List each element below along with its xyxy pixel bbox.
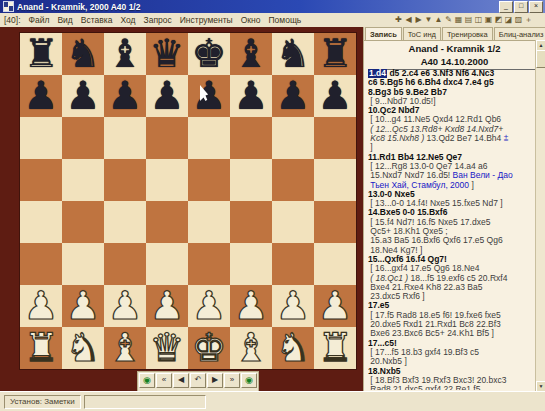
title-bar: Anand - Kramnik, 2000 A40 1/2 _ □ × [0,0,545,13]
move-text[interactable]: [ 13...0-0 14.f4! Nxe5 15.fxe5 Nd7 ] [368,199,503,208]
game-header-players: Anand - Kramnik 1/2 [364,41,545,54]
square-b8[interactable]: ♞ [62,33,104,75]
square-d4[interactable] [146,201,188,243]
toolbar-icon[interactable]: ◫ [474,15,483,25]
square-f7[interactable]: ♟ [230,75,272,117]
close-button[interactable]: × [529,1,543,13]
move-text[interactable]: ] [469,181,474,190]
notation-line: Qc5+ 18.Kh1 Qxe5 ; [368,227,535,236]
notation-line: [ 13...0-0 14.f4! Nxe5 15.fxe5 Nd7 ] [368,199,535,208]
notation-line: Bxe6 23.Bxc6 Bc5+ 24.Kh1 Bf5 ] [368,329,535,338]
move-text[interactable]: [ 9...Nbd7 10.d5!] [368,97,436,106]
square-f4[interactable] [230,201,272,243]
move-text[interactable]: 11.Rd1 Bb4 12.Ne5 Qe7 [368,153,462,162]
square-h3[interactable] [314,243,356,285]
move-text[interactable]: 13.Qd2 Be7 14.Bh4 [424,134,503,143]
square-a8[interactable]: ♜ [20,33,62,75]
square-b2[interactable]: ♟ [62,285,104,327]
square-g3[interactable] [272,243,314,285]
square-h6[interactable] [314,117,356,159]
piece-white-pawn[interactable]: ♟ [146,285,188,327]
square-a7[interactable]: ♟ [20,75,62,117]
move-text[interactable]: 13.0-0 Nxe5 [368,190,415,199]
square-e1[interactable]: ♚ [188,327,230,369]
move-text[interactable]: 18...f5 19.exf6 c5 20.Rxf4 [408,274,507,283]
game-reference[interactable]: Тьен Хай, Стамбул, 2000 [368,181,469,190]
square-g5[interactable] [272,159,314,201]
square-f5[interactable] [230,159,272,201]
square-h2[interactable]: ♟ [314,285,356,327]
notation-tabs: ЗаписьToC индТренировкаБлиц-анализ◀▶ [364,27,545,41]
piece-black-pawn[interactable]: ♟ [272,75,314,117]
piece-black-rook[interactable]: ♜ [20,33,62,75]
move-text[interactable]: ( 18.Qc1 ) [368,274,408,283]
toolbar-icon[interactable]: ▼ [424,15,433,25]
piece-white-king[interactable]: ♚ [188,327,230,369]
square-b4[interactable] [62,201,104,243]
move-text[interactable]: 15.a3 Ba5 16.Bxf6 Qxf6 17.e5 Qg6 [368,236,503,245]
square-c5[interactable] [104,159,146,201]
piece-white-bishop[interactable]: ♝ [104,327,146,369]
menu-item[interactable]: Окно [237,15,265,25]
move-text[interactable]: ( 12...Qc5 13.Rd8+ Kxd8 14.Nxd7+ [368,125,503,134]
square-e6[interactable] [188,117,230,159]
piece-white-pawn[interactable]: ♟ [272,285,314,327]
notation-line: [ 17.f5 Rad8 18.e5 f6! 19.fxe6 fxe5 [368,311,535,320]
square-h5[interactable] [314,159,356,201]
square-g6[interactable] [272,117,314,159]
notation-line: 11.Rd1 Bb4 12.Ne5 Qe7 [368,153,535,162]
status-field [84,395,206,409]
notation-line: Kc8 15.Nxh8 ) 13.Qd2 Be7 14.Bh4 ⩲ [368,134,535,143]
goto-start-button[interactable]: « [156,373,172,388]
chess-board: ♜♞♝♛♚♝♞♜♟♟♟♟♟♟♟♟♟♟♟♟♟♟♟♟♜♞♝♛♚♝♞♜ [20,33,356,369]
square-d3[interactable] [146,243,188,285]
notation-line: 20.Nxb5 ] [368,357,535,366]
move-text[interactable]: [ 12...Rg8 13.0-0 Qe7 14.a4 a6 [368,162,488,171]
game-reference[interactable]: Ван Вели - Дао [453,171,513,180]
menu-item[interactable]: Помощь [264,15,305,25]
prev-move-button[interactable]: ◀ [173,373,189,388]
move-text[interactable]: 20.Nxb5 ] [368,357,407,366]
notation-line: 13.0-0 Nxe5 [368,190,535,199]
next-move-button[interactable]: ▶ [207,373,223,388]
square-g8[interactable]: ♞ [272,33,314,75]
piece-black-pawn[interactable]: ♟ [230,75,272,117]
board-panel: ♜♞♝♛♚♝♞♜♟♟♟♟♟♟♟♟♟♟♟♟♟♟♟♟♜♞♝♛♚♝♞♜ ◉«◀↶▶»◉ [0,27,363,392]
move-text[interactable]: 10.Qc2 Nbd7 [368,106,420,115]
notation-panel: ЗаписьToC индТренировкаБлиц-анализ◀▶ Ana… [363,27,545,392]
notation-line: 23.dxc5 Rxf6 ] [368,292,535,301]
menu-items: [40]:ФайлВидВставкаХодЗапросИнструментыО… [0,15,305,25]
window-title: Anand - Kramnik, 2000 A40 1/2 [17,2,140,12]
tab-Тренировка[interactable]: Тренировка [442,27,493,40]
square-a6[interactable] [20,117,62,159]
move-navigation-bar: ◉«◀↶▶»◉ [137,371,259,392]
notation-line: 15...Qxf6 16.f4 Qg7! [368,255,535,264]
piece-black-pawn[interactable]: ♟ [62,75,104,117]
notation-line: ] [368,143,535,152]
square-g4[interactable] [272,201,314,243]
square-e3[interactable] [188,243,230,285]
notation-line: [ 9...Nbd7 10.d5!] [368,97,535,106]
tab-ToC инд[interactable]: ToC инд [403,27,441,40]
notation-line: 18.Ne4 Kg7! ] [368,246,535,255]
piece-white-pawn[interactable]: ♟ [188,285,230,327]
goto-end-button[interactable]: » [224,373,240,388]
notation-line: c6 5.Bg5 h6 6.Bh4 dxc4 7.e4 g5 [368,78,535,87]
toolbar-icon[interactable]: ▨ [514,15,523,25]
notation-line: 8.Bg3 b5 9.Be2 Bb7 [368,88,535,97]
chess-app-window: Anand - Kramnik, 2000 A40 1/2 _ □ × [40]… [0,0,545,411]
notation-line: 18.Nxb5 [368,367,535,376]
square-a2[interactable]: ♟ [20,285,62,327]
move-text[interactable]: [ 15.f4 Nd7! 16.f5 Nxe5 17.dxe5 [368,218,490,227]
piece-black-knight[interactable]: ♞ [62,33,104,75]
square-b1[interactable]: ♞ [62,327,104,369]
piece-black-knight[interactable]: ♞ [272,33,314,75]
piece-black-bishop[interactable]: ♝ [230,33,272,75]
square-c2[interactable]: ♟ [104,285,146,327]
piece-white-pawn[interactable]: ♟ [230,285,272,327]
current-move[interactable]: 1.d4 [368,69,387,78]
piece-white-pawn[interactable]: ♟ [20,285,62,327]
notation-line: Rad8 21.dxc5 gxf4 22.Re1 f5 [368,385,535,390]
toolbar-icon[interactable]: ✚ [394,15,403,25]
move-text[interactable]: 17.e5 [368,301,389,310]
move-text[interactable]: 18.Nxb5 [368,367,401,376]
notation-line: [ 10...g4 11.Ne5 Qxd4 12.Rd1 Qb6 [368,115,535,124]
takeback-button[interactable]: ↶ [190,373,206,388]
notation-line: [ 12...Rg8 13.0-0 Qe7 14.a4 a6 [368,162,535,171]
toolbar-icon[interactable]: ◪ [504,15,513,25]
move-text[interactable]: ] [368,143,373,152]
move-text[interactable]: Rad8 21.dxc5 gxf4 22.Re1 f5 [368,385,480,390]
notation-line: [ 15.f4 Nd7! 16.f5 Nxe5 17.dxe5 [368,218,535,227]
square-d1[interactable]: ♛ [146,327,188,369]
status-bar: Установ: Заметки [0,391,545,411]
square-g2[interactable]: ♟ [272,285,314,327]
menu-item[interactable]: [40]: [0,15,25,25]
piece-white-pawn[interactable]: ♟ [62,285,104,327]
notation-line: 15.a3 Ba5 16.Bxf6 Qxf6 17.e5 Qg6 [368,236,535,245]
piece-white-queen[interactable]: ♛ [146,327,188,369]
tab-Блиц-анализ[interactable]: Блиц-анализ [494,27,545,40]
notation-line: [ 18.Bf3 Bxf3 19.Rxf3 Bxc3! 20.bxc3 [368,376,535,385]
square-f6[interactable] [230,117,272,159]
square-b7[interactable]: ♟ [62,75,104,117]
square-c1[interactable]: ♝ [104,327,146,369]
notation-line: 15.Nxd7 Nxd7 16.d5! Ван Вели - Дао [368,171,535,180]
piece-black-pawn[interactable]: ♟ [146,75,188,117]
app-icon [3,1,14,12]
square-a1[interactable]: ♜ [20,327,62,369]
square-c8[interactable]: ♝ [104,33,146,75]
move-text[interactable]: 23.dxc5 Rxf6 ] [368,292,425,301]
autoplay-forward-button[interactable]: ◉ [241,373,257,388]
square-d6[interactable] [146,117,188,159]
notation-line: ( 18.Qc1 ) 18...f5 19.exf6 c5 20.Rxf4 [368,274,535,283]
piece-black-pawn[interactable]: ♟ [314,75,356,117]
menu-item[interactable]: Вставка [77,15,117,25]
piece-black-pawn[interactable]: ♟ [20,75,62,117]
window-controls: _ □ × [499,1,543,13]
square-f8[interactable]: ♝ [230,33,272,75]
move-text[interactable]: Kc8 15.Nxh8 ) [368,134,424,143]
move-text[interactable]: [ 10...g4 11.Ne5 Qxd4 12.Rd1 Qb6 [368,115,501,124]
piece-white-pawn[interactable]: ♟ [314,285,356,327]
square-e4[interactable] [188,201,230,243]
move-text[interactable]: 17...c5! [368,339,397,348]
maximize-button[interactable]: □ [514,1,528,13]
piece-black-bishop[interactable]: ♝ [104,33,146,75]
square-e2[interactable]: ♟ [188,285,230,327]
piece-black-pawn[interactable]: ♟ [188,75,230,117]
square-g7[interactable]: ♟ [272,75,314,117]
move-text[interactable]: 8.Bg3 b5 9.Be2 Bb7 [368,88,447,97]
piece-black-pawn[interactable]: ♟ [104,75,146,117]
square-d7[interactable]: ♟ [146,75,188,117]
move-list[interactable]: 1.d4 d5 2.c4 e6 3.Nf3 Nf6 4.Nc3c6 5.Bg5 … [368,69,535,390]
notation-line: Тьен Хай, Стамбул, 2000 ] [368,181,535,190]
move-text[interactable]: Bxe6 23.Bxc6 Bc5+ 24.Kh1 Bf5 ] [368,329,494,338]
notation-line: 17.e5 [368,301,535,310]
toolbar-icon[interactable]: ✎ [444,15,453,25]
move-text[interactable]: c6 5.Bg5 h6 6.Bh4 dxc4 7.e4 g5 [368,78,494,87]
square-e5[interactable] [188,159,230,201]
square-f2[interactable]: ♟ [230,285,272,327]
toolbar-icon[interactable]: ▣ [484,15,493,25]
square-c6[interactable] [104,117,146,159]
piece-white-knight[interactable]: ♞ [62,327,104,369]
piece-black-rook[interactable]: ♜ [314,33,356,75]
menu-item[interactable]: Запрос [140,15,176,25]
move-text[interactable]: [ 18.Bf3 Bxf3 19.Rxf3 Bxc3! 20.bxc3 [368,376,506,385]
square-h1[interactable]: ♜ [314,327,356,369]
move-text[interactable]: 14.Bxe5 0-0 15.Bxf6 [368,208,447,217]
square-b3[interactable] [62,243,104,285]
menu-item[interactable]: Файл [25,15,54,25]
move-text[interactable]: 18.Ne4 Kg7! ] [368,246,422,255]
square-f3[interactable] [230,243,272,285]
move-text[interactable]: d5 2.c4 e6 3.Nf3 Nf6 4.Nc3 [387,69,494,78]
move-text[interactable]: Qc5+ 18.Kh1 Qxe5 ; [368,227,448,236]
square-d8[interactable]: ♛ [146,33,188,75]
notation-line: [ 16...gxf4 17.e5 Qg6 18.Ne4 [368,264,535,273]
move-text[interactable]: 15...Qxf6 16.f4 Qg7! [368,255,447,264]
square-a5[interactable] [20,159,62,201]
toolbar-icon[interactable]: ◀ [404,15,413,25]
square-e8[interactable]: ♚ [188,33,230,75]
toolbar-icon[interactable]: ＋ [524,15,533,25]
piece-white-bishop[interactable]: ♝ [230,327,272,369]
notation-line: [ 17...f5 18.b3 gxf4 19.Bf3 c5 [368,348,535,357]
menu-item[interactable]: Вид [53,15,76,25]
square-h8[interactable]: ♜ [314,33,356,75]
toolbar-icon[interactable]: ▦ [454,15,463,25]
move-text[interactable]: ⩲ [504,134,509,143]
square-c4[interactable] [104,201,146,243]
toolbar-icon[interactable]: ▶ [414,15,423,25]
piece-white-rook[interactable]: ♜ [20,327,62,369]
notation-scrollbar[interactable]: ▲ ▼ [535,40,545,392]
move-text[interactable]: Bxe4 21.Rxe4 Kh8 22.a3 Ba5 [368,283,482,292]
piece-white-pawn[interactable]: ♟ [104,285,146,327]
square-e7[interactable]: ♟ [188,75,230,117]
square-h7[interactable]: ♟ [314,75,356,117]
piece-black-king[interactable]: ♚ [188,33,230,75]
tab-Запись[interactable]: Запись [365,27,402,40]
menu-item[interactable]: Ход [116,15,139,25]
game-header-meta: A40 14.10.2000 [364,54,545,67]
square-f1[interactable]: ♝ [230,327,272,369]
notation-line: 20.dxe5 Rxd1 21.Rxd1 Bc8 22.Bf3 [368,320,535,329]
toolbar-icon[interactable]: ▤ [464,15,473,25]
status-text: Установ: Заметки [4,395,81,409]
move-text[interactable]: [ 17.f5 Rad8 18.e5 f6! 19.fxe6 fxe5 [368,311,501,320]
autoplay-back-button[interactable]: ◉ [139,373,155,388]
minimize-button[interactable]: _ [499,1,513,13]
move-text[interactable]: [ 17...f5 18.b3 gxf4 19.Bf3 c5 [368,348,479,357]
notation-line: 1.d4 d5 2.c4 e6 3.Nf3 Nf6 4.Nc3 [368,69,535,78]
square-h4[interactable] [314,201,356,243]
square-b6[interactable] [62,117,104,159]
square-a4[interactable] [20,201,62,243]
notation-line: Bxe4 21.Rxe4 Kh8 22.a3 Ba5 [368,283,535,292]
notation-line: 14.Bxe5 0-0 15.Bxf6 [368,208,535,217]
toolbar-icon[interactable]: ▲ [434,15,443,25]
square-d2[interactable]: ♟ [146,285,188,327]
square-c3[interactable] [104,243,146,285]
square-a3[interactable] [20,243,62,285]
notation-line: ( 12...Qc5 13.Rd8+ Kxd8 14.Nxd7+ [368,125,535,134]
piece-white-knight[interactable]: ♞ [272,327,314,369]
move-text[interactable]: 15.Nxd7 Nxd7 16.d5! [368,171,453,180]
square-d5[interactable] [146,159,188,201]
square-c7[interactable]: ♟ [104,75,146,117]
toolbar-icon[interactable]: ◩ [494,15,503,25]
piece-white-rook[interactable]: ♜ [314,327,356,369]
square-b5[interactable] [62,159,104,201]
notation-line: 17...c5! [368,339,535,348]
notation-line: 10.Qc2 Nbd7 [368,106,535,115]
scroll-thumb[interactable] [536,50,545,68]
move-text[interactable]: [ 16...gxf4 17.e5 Qg6 18.Ne4 [368,264,480,273]
menu-item[interactable]: Инструменты [176,15,237,25]
square-g1[interactable]: ♞ [272,327,314,369]
menu-bar: [40]:ФайлВидВставкаХодЗапросИнструментыО… [0,13,545,28]
piece-black-queen[interactable]: ♛ [146,33,188,75]
move-text[interactable]: 20.dxe5 Rxd1 21.Rxd1 Bc8 22.Bf3 [368,320,501,329]
toolbar-icons: ✚◀▶▼▲✎▦▤◫▣◩◪▨＋ [394,15,545,25]
